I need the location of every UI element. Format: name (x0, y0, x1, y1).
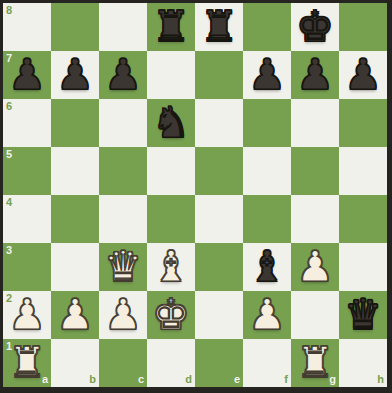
square-d6[interactable]: ♞ (147, 99, 195, 147)
square-d1[interactable]: d (147, 339, 195, 387)
black-pawn-piece[interactable]: ♟ (99, 51, 147, 99)
black-king-piece[interactable]: ♚ (291, 3, 339, 51)
square-c5[interactable] (99, 147, 147, 195)
square-f5[interactable] (243, 147, 291, 195)
white-rook-piece[interactable]: ♜ (3, 339, 51, 387)
square-e4[interactable] (195, 195, 243, 243)
square-a3[interactable]: 3 (3, 243, 51, 291)
square-f2[interactable]: ♟ (243, 291, 291, 339)
square-g3[interactable]: ♟ (291, 243, 339, 291)
square-f1[interactable]: f (243, 339, 291, 387)
square-d3[interactable]: ♝ (147, 243, 195, 291)
square-f7[interactable]: ♟ (243, 51, 291, 99)
white-pawn-piece[interactable]: ♟ (291, 243, 339, 291)
square-c7[interactable]: ♟ (99, 51, 147, 99)
square-d8[interactable]: ♜ (147, 3, 195, 51)
square-h6[interactable] (339, 99, 387, 147)
square-c2[interactable]: ♟ (99, 291, 147, 339)
square-b1[interactable]: b (51, 339, 99, 387)
square-h5[interactable] (339, 147, 387, 195)
white-bishop-piece[interactable]: ♝ (147, 243, 195, 291)
square-g8[interactable]: ♚ (291, 3, 339, 51)
square-e5[interactable] (195, 147, 243, 195)
square-a7[interactable]: 7♟ (3, 51, 51, 99)
black-bishop-piece[interactable]: ♝ (243, 243, 291, 291)
rank-label: 3 (6, 245, 12, 256)
square-a6[interactable]: 6 (3, 99, 51, 147)
square-f4[interactable] (243, 195, 291, 243)
black-pawn-piece[interactable]: ♟ (3, 51, 51, 99)
square-a4[interactable]: 4 (3, 195, 51, 243)
black-pawn-piece[interactable]: ♟ (291, 51, 339, 99)
square-h2[interactable]: ♛ (339, 291, 387, 339)
square-c8[interactable] (99, 3, 147, 51)
square-e7[interactable] (195, 51, 243, 99)
square-b3[interactable] (51, 243, 99, 291)
square-e8[interactable]: ♜ (195, 3, 243, 51)
white-pawn-piece[interactable]: ♟ (99, 291, 147, 339)
square-b8[interactable] (51, 3, 99, 51)
chess-board: 8♜♜♚7♟♟♟♟♟♟6♞543♛♝♝♟2♟♟♟♚♟♛1a♜bcdefg♜h (3, 3, 387, 387)
square-d4[interactable] (147, 195, 195, 243)
square-g7[interactable]: ♟ (291, 51, 339, 99)
square-h7[interactable]: ♟ (339, 51, 387, 99)
square-c3[interactable]: ♛ (99, 243, 147, 291)
rank-label: 4 (6, 197, 12, 208)
square-b4[interactable] (51, 195, 99, 243)
rank-label: 6 (6, 101, 12, 112)
white-rook-piece[interactable]: ♜ (291, 339, 339, 387)
square-f6[interactable] (243, 99, 291, 147)
square-g5[interactable] (291, 147, 339, 195)
square-d5[interactable] (147, 147, 195, 195)
square-h3[interactable] (339, 243, 387, 291)
rank-label: 8 (6, 5, 12, 16)
square-c1[interactable]: c (99, 339, 147, 387)
file-label: e (234, 374, 240, 385)
square-e3[interactable] (195, 243, 243, 291)
black-rook-piece[interactable]: ♜ (195, 3, 243, 51)
square-g6[interactable] (291, 99, 339, 147)
square-e2[interactable] (195, 291, 243, 339)
rank-label: 5 (6, 149, 12, 160)
square-a5[interactable]: 5 (3, 147, 51, 195)
file-label: h (377, 374, 384, 385)
file-label: d (185, 374, 192, 385)
file-label: b (89, 374, 96, 385)
file-label: f (284, 374, 288, 385)
white-pawn-piece[interactable]: ♟ (51, 291, 99, 339)
square-a8[interactable]: 8 (3, 3, 51, 51)
square-a2[interactable]: 2♟ (3, 291, 51, 339)
square-f3[interactable]: ♝ (243, 243, 291, 291)
white-pawn-piece[interactable]: ♟ (243, 291, 291, 339)
square-g4[interactable] (291, 195, 339, 243)
square-h4[interactable] (339, 195, 387, 243)
square-h8[interactable] (339, 3, 387, 51)
square-g1[interactable]: g♜ (291, 339, 339, 387)
black-pawn-piece[interactable]: ♟ (51, 51, 99, 99)
black-pawn-piece[interactable]: ♟ (339, 51, 387, 99)
square-h1[interactable]: h (339, 339, 387, 387)
square-e1[interactable]: e (195, 339, 243, 387)
square-b5[interactable] (51, 147, 99, 195)
white-pawn-piece[interactable]: ♟ (3, 291, 51, 339)
black-queen-piece[interactable]: ♛ (339, 291, 387, 339)
black-knight-piece[interactable]: ♞ (147, 99, 195, 147)
square-c6[interactable] (99, 99, 147, 147)
square-b7[interactable]: ♟ (51, 51, 99, 99)
square-c4[interactable] (99, 195, 147, 243)
square-b6[interactable] (51, 99, 99, 147)
white-queen-piece[interactable]: ♛ (99, 243, 147, 291)
square-f8[interactable] (243, 3, 291, 51)
square-a1[interactable]: 1a♜ (3, 339, 51, 387)
square-d7[interactable] (147, 51, 195, 99)
board-frame: 8♜♜♚7♟♟♟♟♟♟6♞543♛♝♝♟2♟♟♟♚♟♛1a♜bcdefg♜h (0, 0, 392, 393)
black-pawn-piece[interactable]: ♟ (243, 51, 291, 99)
white-king-piece[interactable]: ♚ (147, 291, 195, 339)
square-e6[interactable] (195, 99, 243, 147)
square-d2[interactable]: ♚ (147, 291, 195, 339)
file-label: c (138, 374, 144, 385)
square-b2[interactable]: ♟ (51, 291, 99, 339)
black-rook-piece[interactable]: ♜ (147, 3, 195, 51)
square-g2[interactable] (291, 291, 339, 339)
